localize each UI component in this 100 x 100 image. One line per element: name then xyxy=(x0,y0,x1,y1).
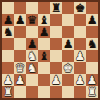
square-g4[interactable]: ♟ xyxy=(74,50,86,62)
square-e5[interactable] xyxy=(50,38,62,50)
square-c2[interactable] xyxy=(26,74,38,86)
piece-black-pawn[interactable]: ♟ xyxy=(15,14,25,26)
piece-white-pawn[interactable]: ♟ xyxy=(75,74,85,86)
piece-white-knight[interactable]: ♞ xyxy=(27,50,37,62)
square-d7[interactable]: ♝ xyxy=(38,14,50,26)
square-b3[interactable]: ♛ xyxy=(14,62,26,74)
square-a2[interactable]: ♟ xyxy=(2,74,14,86)
piece-white-pawn[interactable]: ♟ xyxy=(3,74,13,86)
square-c3[interactable]: ♞ xyxy=(26,62,38,74)
chess-board-frame: ♜♚♟♟♛♝♟♞♟♟♟♞♞♝♟♛♞♚♟♟♟♟♟♜♜ xyxy=(0,0,100,100)
piece-black-bishop[interactable]: ♝ xyxy=(39,14,49,26)
square-e8[interactable]: ♜ xyxy=(50,2,62,14)
square-h5[interactable]: ♞ xyxy=(86,38,98,50)
square-a1[interactable]: ♜ xyxy=(2,86,14,98)
piece-black-pawn[interactable]: ♟ xyxy=(87,14,97,26)
piece-black-pawn[interactable]: ♟ xyxy=(27,38,37,50)
square-a6[interactable]: ♞ xyxy=(2,26,14,38)
square-g7[interactable] xyxy=(74,14,86,26)
square-g3[interactable] xyxy=(74,62,86,74)
square-h8[interactable] xyxy=(86,2,98,14)
square-d1[interactable] xyxy=(38,86,50,98)
square-a8[interactable] xyxy=(2,2,14,14)
square-e2[interactable]: ♟ xyxy=(50,74,62,86)
square-c1[interactable] xyxy=(26,86,38,98)
square-e7[interactable] xyxy=(50,14,62,26)
square-f4[interactable] xyxy=(62,50,74,62)
piece-white-king[interactable]: ♚ xyxy=(63,62,73,74)
piece-black-king[interactable]: ♚ xyxy=(75,2,85,14)
square-g1[interactable] xyxy=(74,86,86,98)
square-h6[interactable] xyxy=(86,26,98,38)
piece-black-knight[interactable]: ♞ xyxy=(3,26,13,38)
square-h3[interactable] xyxy=(86,62,98,74)
square-d3[interactable] xyxy=(38,62,50,74)
square-c4[interactable]: ♞ xyxy=(26,50,38,62)
square-a3[interactable] xyxy=(2,62,14,74)
square-f7[interactable] xyxy=(62,14,74,26)
square-g5[interactable] xyxy=(74,38,86,50)
square-b5[interactable] xyxy=(14,38,26,50)
piece-white-queen[interactable]: ♛ xyxy=(15,62,25,74)
piece-white-rook[interactable]: ♜ xyxy=(3,86,13,98)
piece-black-bishop[interactable]: ♝ xyxy=(39,50,49,62)
piece-black-pawn[interactable]: ♟ xyxy=(39,26,49,38)
piece-white-pawn[interactable]: ♟ xyxy=(87,74,97,86)
chess-board: ♜♚♟♟♛♝♟♞♟♟♟♞♞♝♟♛♞♚♟♟♟♟♟♜♜ xyxy=(2,2,98,98)
piece-black-pawn[interactable]: ♟ xyxy=(63,38,73,50)
piece-black-queen[interactable]: ♛ xyxy=(27,14,37,26)
piece-white-knight[interactable]: ♞ xyxy=(27,62,37,74)
square-e4[interactable] xyxy=(50,50,62,62)
square-g6[interactable] xyxy=(74,26,86,38)
square-b1[interactable] xyxy=(14,86,26,98)
square-h1[interactable]: ♜ xyxy=(86,86,98,98)
square-c8[interactable] xyxy=(26,2,38,14)
piece-white-rook[interactable]: ♜ xyxy=(87,86,97,98)
square-e6[interactable] xyxy=(50,26,62,38)
square-f1[interactable] xyxy=(62,86,74,98)
piece-white-pawn[interactable]: ♟ xyxy=(51,74,61,86)
square-e1[interactable] xyxy=(50,86,62,98)
square-f5[interactable]: ♟ xyxy=(62,38,74,50)
square-f2[interactable] xyxy=(62,74,74,86)
square-g8[interactable]: ♚ xyxy=(74,2,86,14)
square-b4[interactable] xyxy=(14,50,26,62)
piece-white-pawn[interactable]: ♟ xyxy=(75,50,85,62)
square-a4[interactable] xyxy=(2,50,14,62)
square-d6[interactable]: ♟ xyxy=(38,26,50,38)
piece-black-pawn[interactable]: ♟ xyxy=(3,14,13,26)
square-f6[interactable] xyxy=(62,26,74,38)
square-e3[interactable] xyxy=(50,62,62,74)
square-d2[interactable] xyxy=(38,74,50,86)
square-a7[interactable]: ♟ xyxy=(2,14,14,26)
square-b2[interactable]: ♟ xyxy=(14,74,26,86)
square-b7[interactable]: ♟ xyxy=(14,14,26,26)
square-a5[interactable] xyxy=(2,38,14,50)
piece-white-pawn[interactable]: ♟ xyxy=(15,74,25,86)
square-h7[interactable]: ♟ xyxy=(86,14,98,26)
square-f3[interactable]: ♚ xyxy=(62,62,74,74)
piece-black-knight[interactable]: ♞ xyxy=(87,38,97,50)
square-c5[interactable]: ♟ xyxy=(26,38,38,50)
square-h4[interactable] xyxy=(86,50,98,62)
square-c7[interactable]: ♛ xyxy=(26,14,38,26)
square-f8[interactable] xyxy=(62,2,74,14)
square-b8[interactable] xyxy=(14,2,26,14)
square-h2[interactable]: ♟ xyxy=(86,74,98,86)
square-d4[interactable]: ♝ xyxy=(38,50,50,62)
piece-black-rook[interactable]: ♜ xyxy=(51,2,61,14)
square-g2[interactable]: ♟ xyxy=(74,74,86,86)
square-d5[interactable] xyxy=(38,38,50,50)
square-c6[interactable] xyxy=(26,26,38,38)
square-d8[interactable] xyxy=(38,2,50,14)
square-b6[interactable] xyxy=(14,26,26,38)
